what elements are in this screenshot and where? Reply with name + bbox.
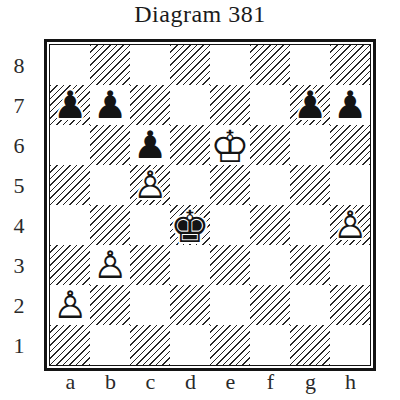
square-c3[interactable] [130,245,170,285]
square-a3[interactable] [50,245,90,285]
square-h8[interactable] [330,45,370,85]
square-d8[interactable] [170,45,210,85]
square-d6[interactable] [170,125,210,165]
square-f8[interactable] [250,45,290,85]
file-label-b: b [91,369,131,395]
black-pawn-c6[interactable]: ♟ [130,125,170,165]
square-g6[interactable] [290,125,330,165]
rank-label-1: 1 [6,326,32,366]
black-pawn-icon: ♟ [333,86,367,124]
white-pawn-h4[interactable]: ♟♙ [330,205,370,245]
black-king-icon: ♚ [170,205,209,249]
square-b8[interactable] [90,45,130,85]
chess-diagram-page: Diagram 381 ♟♟♟♟♟♚♔♟♙♚♟♙♟♙♟♙ 87654321 ab… [0,0,400,400]
black-pawn-g7[interactable]: ♟ [290,85,330,125]
diagram-title: Diagram 381 [0,1,400,28]
rank-label-7: 7 [6,86,32,126]
black-pawn-h7[interactable]: ♟ [330,85,370,125]
square-b2[interactable] [90,285,130,325]
square-b6[interactable] [90,125,130,165]
square-a2[interactable]: ♟♙ [50,285,90,325]
square-f6[interactable] [250,125,290,165]
square-g8[interactable] [290,45,330,85]
square-b3[interactable]: ♟♙ [90,245,130,285]
square-c5[interactable]: ♟♙ [130,165,170,205]
square-d3[interactable] [170,245,210,285]
square-d5[interactable] [170,165,210,205]
square-f4[interactable] [250,205,290,245]
square-h7[interactable]: ♟ [330,85,370,125]
rank-label-4: 4 [6,206,32,246]
square-g1[interactable] [290,325,330,365]
square-c8[interactable] [130,45,170,85]
square-d4[interactable]: ♚ [170,205,210,245]
square-c2[interactable] [130,285,170,325]
square-a6[interactable] [50,125,90,165]
square-f5[interactable] [250,165,290,205]
square-a5[interactable] [50,165,90,205]
square-e1[interactable] [210,325,250,365]
rank-label-5: 5 [6,166,32,206]
square-d7[interactable] [170,85,210,125]
square-b7[interactable]: ♟ [90,85,130,125]
square-g5[interactable] [290,165,330,205]
black-pawn-icon: ♟ [93,86,127,124]
square-a8[interactable] [50,45,90,85]
white-pawn-c5[interactable]: ♟♙ [130,165,170,205]
square-f3[interactable] [250,245,290,285]
file-label-c: c [131,369,171,395]
white-pawn-outline-icon: ♙ [93,246,127,284]
white-king-e6[interactable]: ♚♔ [210,125,250,165]
square-d2[interactable] [170,285,210,325]
square-h2[interactable] [330,285,370,325]
file-label-h: h [331,369,371,395]
rank-label-6: 6 [6,126,32,166]
file-label-e: e [211,369,251,395]
square-g4[interactable] [290,205,330,245]
file-label-g: g [291,369,331,395]
rank-label-3: 3 [6,246,32,286]
square-a4[interactable] [50,205,90,245]
square-h4[interactable]: ♟♙ [330,205,370,245]
square-e6[interactable]: ♚♔ [210,125,250,165]
square-f1[interactable] [250,325,290,365]
square-e8[interactable] [210,45,250,85]
file-label-d: d [171,369,211,395]
square-g3[interactable] [290,245,330,285]
chess-board: ♟♟♟♟♟♚♔♟♙♚♟♙♟♙♟♙ [44,39,376,371]
square-c6[interactable]: ♟ [130,125,170,165]
square-h6[interactable] [330,125,370,165]
square-f7[interactable] [250,85,290,125]
square-h3[interactable] [330,245,370,285]
black-pawn-icon: ♟ [133,126,167,164]
square-c4[interactable] [130,205,170,245]
white-pawn-a2[interactable]: ♟♙ [50,285,90,325]
file-label-f: f [251,369,291,395]
square-e5[interactable] [210,165,250,205]
square-h5[interactable] [330,165,370,205]
square-e7[interactable] [210,85,250,125]
black-pawn-a7[interactable]: ♟ [50,85,90,125]
square-f2[interactable] [250,285,290,325]
square-c7[interactable] [130,85,170,125]
black-pawn-icon: ♟ [53,86,87,124]
white-pawn-b3[interactable]: ♟♙ [90,245,130,285]
white-pawn-outline-icon: ♙ [133,166,167,204]
black-pawn-icon: ♟ [293,86,327,124]
square-c1[interactable] [130,325,170,365]
black-pawn-b7[interactable]: ♟ [90,85,130,125]
file-label-a: a [51,369,91,395]
black-king-d4[interactable]: ♚ [170,205,210,245]
square-b4[interactable] [90,205,130,245]
square-d1[interactable] [170,325,210,365]
board-grid: ♟♟♟♟♟♚♔♟♙♚♟♙♟♙♟♙ [50,45,370,365]
square-e4[interactable] [210,205,250,245]
square-b5[interactable] [90,165,130,205]
white-pawn-outline-icon: ♙ [333,206,367,244]
rank-label-8: 8 [6,46,32,86]
rank-label-2: 2 [6,286,32,326]
white-king-outline-icon: ♔ [210,125,249,169]
white-pawn-outline-icon: ♙ [53,286,87,324]
square-e3[interactable] [210,245,250,285]
square-g2[interactable] [290,285,330,325]
square-g7[interactable]: ♟ [290,85,330,125]
square-a1[interactable] [50,325,90,365]
square-h1[interactable] [330,325,370,365]
square-a7[interactable]: ♟ [50,85,90,125]
square-e2[interactable] [210,285,250,325]
board-inner-frame: ♟♟♟♟♟♚♔♟♙♚♟♙♟♙♟♙ [49,44,371,366]
square-b1[interactable] [90,325,130,365]
